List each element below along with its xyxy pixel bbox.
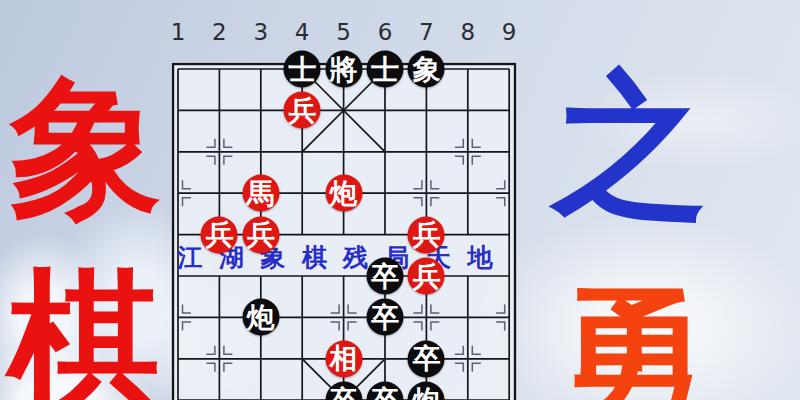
column-label-6: 6 [370, 19, 400, 45]
column-labels: 123456789 [171, 0, 517, 50]
title-char-qi: 棋 [8, 266, 160, 400]
title-char-xiang: 象 [10, 74, 162, 226]
title-char-zhi: 之 [552, 70, 708, 226]
column-label-9: 9 [494, 19, 524, 45]
piece-red-相[interactable]: 相 [325, 340, 362, 377]
column-label-8: 8 [453, 19, 483, 45]
column-label-1: 1 [163, 19, 193, 45]
piece-black-卒[interactable]: 卒 [408, 340, 445, 377]
piece-black-卒[interactable]: 卒 [367, 382, 404, 400]
piece-black-炮[interactable]: 炮 [408, 382, 445, 400]
piece-black-卒[interactable]: 卒 [367, 299, 404, 336]
piece-black-象[interactable]: 象 [408, 51, 445, 88]
piece-black-將[interactable]: 將 [325, 51, 362, 88]
piece-red-兵[interactable]: 兵 [408, 258, 445, 295]
piece-black-士[interactable]: 士 [284, 51, 321, 88]
column-label-7: 7 [411, 19, 441, 45]
pieces-layer: 士將士象兵馬炮兵兵兵卒兵炮卒相卒卒卒炮 [171, 62, 517, 400]
column-label-3: 3 [246, 19, 276, 45]
piece-black-炮[interactable]: 炮 [242, 299, 279, 336]
title-char-yong: 勇 [558, 280, 708, 400]
piece-red-兵[interactable]: 兵 [201, 216, 238, 253]
piece-red-兵[interactable]: 兵 [408, 216, 445, 253]
piece-red-兵[interactable]: 兵 [284, 92, 321, 129]
column-label-5: 5 [329, 19, 359, 45]
thumbnail-stage: 象 棋 之 勇 123456789 江湖象棋残局天地 士將士象兵馬炮兵兵兵卒兵炮… [0, 0, 800, 400]
column-label-2: 2 [204, 19, 234, 45]
column-label-4: 4 [287, 19, 317, 45]
xiangqi-board: 江湖象棋残局天地 士將士象兵馬炮兵兵兵卒兵炮卒相卒卒卒炮 [171, 62, 517, 400]
piece-black-卒[interactable]: 卒 [367, 258, 404, 295]
piece-red-炮[interactable]: 炮 [325, 175, 362, 212]
piece-red-兵[interactable]: 兵 [242, 216, 279, 253]
piece-black-士[interactable]: 士 [367, 51, 404, 88]
piece-red-馬[interactable]: 馬 [242, 175, 279, 212]
piece-black-卒[interactable]: 卒 [325, 382, 362, 400]
